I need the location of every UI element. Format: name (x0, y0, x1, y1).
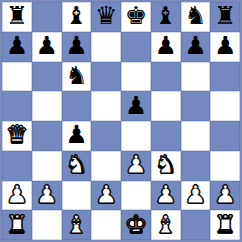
square-f4[interactable] (151, 121, 181, 151)
square-g4[interactable] (181, 121, 211, 151)
square-e3[interactable]: ♟ (121, 151, 151, 181)
square-c5[interactable] (62, 91, 92, 121)
square-b4[interactable] (32, 121, 62, 151)
piece-white-king[interactable]: ♚ (125, 210, 147, 238)
piece-black-pawn[interactable]: ♟ (125, 91, 147, 119)
square-h3[interactable] (210, 151, 240, 181)
square-f2[interactable]: ♟ (151, 181, 181, 211)
piece-white-knight[interactable]: ♞ (154, 151, 176, 179)
square-h4[interactable] (210, 121, 240, 151)
square-b7[interactable]: ♟ (32, 32, 62, 62)
square-a1[interactable]: ♜ (2, 210, 32, 240)
square-b1[interactable] (32, 210, 62, 240)
square-c3[interactable]: ♞ (62, 151, 92, 181)
piece-black-pawn[interactable]: ♟ (65, 32, 87, 60)
square-a4[interactable]: ♛ (2, 121, 32, 151)
square-f3[interactable]: ♞ (151, 151, 181, 181)
square-a2[interactable]: ♟ (2, 181, 32, 211)
square-d3[interactable] (91, 151, 121, 181)
square-d8[interactable]: ♛ (91, 2, 121, 32)
square-d5[interactable] (91, 91, 121, 121)
piece-white-knight[interactable]: ♞ (65, 151, 87, 179)
square-e7[interactable] (121, 32, 151, 62)
square-d4[interactable] (91, 121, 121, 151)
piece-black-king[interactable]: ♚ (125, 2, 147, 30)
square-h7[interactable]: ♟ (210, 32, 240, 62)
piece-white-pawn[interactable]: ♟ (214, 181, 236, 209)
square-f8[interactable]: ♝ (151, 2, 181, 32)
square-d2[interactable]: ♟ (91, 181, 121, 211)
square-b6[interactable] (32, 62, 62, 92)
square-f7[interactable]: ♟ (151, 32, 181, 62)
square-d7[interactable] (91, 32, 121, 62)
piece-black-pawn[interactable]: ♟ (184, 32, 206, 60)
piece-black-bishop[interactable]: ♝ (154, 2, 176, 30)
square-e4[interactable] (121, 121, 151, 151)
square-b5[interactable] (32, 91, 62, 121)
square-d6[interactable] (91, 62, 121, 92)
piece-white-pawn[interactable]: ♟ (125, 151, 147, 179)
piece-white-pawn[interactable]: ♟ (184, 181, 206, 209)
square-a7[interactable]: ♟ (2, 32, 32, 62)
piece-black-bishop[interactable]: ♝ (65, 2, 87, 30)
piece-black-rook[interactable]: ♜ (214, 2, 236, 30)
square-g3[interactable] (181, 151, 211, 181)
square-e5[interactable]: ♟ (121, 91, 151, 121)
piece-white-pawn[interactable]: ♟ (154, 181, 176, 209)
square-g7[interactable]: ♟ (181, 32, 211, 62)
piece-white-bishop[interactable]: ♝ (154, 210, 176, 238)
piece-white-pawn[interactable]: ♟ (95, 181, 117, 209)
square-h1[interactable]: ♜ (210, 210, 240, 240)
square-e1[interactable]: ♚ (121, 210, 151, 240)
square-a8[interactable]: ♜ (2, 2, 32, 32)
square-h8[interactable]: ♜ (210, 2, 240, 32)
square-g5[interactable] (181, 91, 211, 121)
square-h6[interactable] (210, 62, 240, 92)
square-c8[interactable]: ♝ (62, 2, 92, 32)
piece-white-queen[interactable]: ♛ (6, 121, 28, 149)
square-d1[interactable] (91, 210, 121, 240)
square-b3[interactable] (32, 151, 62, 181)
piece-black-pawn[interactable]: ♟ (65, 121, 87, 149)
square-b8[interactable] (32, 2, 62, 32)
piece-white-rook[interactable]: ♜ (214, 210, 236, 238)
square-c2[interactable] (62, 181, 92, 211)
square-f1[interactable]: ♝ (151, 210, 181, 240)
square-f5[interactable] (151, 91, 181, 121)
square-e8[interactable]: ♚ (121, 2, 151, 32)
piece-white-bishop[interactable]: ♝ (65, 210, 87, 238)
square-c6[interactable]: ♞ (62, 62, 92, 92)
chess-board: ♜♝♛♚♝♞♜♟♟♟♟♟♟♞♟♛♟♞♟♞♟♟♟♟♟♟♜♝♚♝♜ (0, 0, 242, 242)
square-a3[interactable] (2, 151, 32, 181)
square-f6[interactable] (151, 62, 181, 92)
square-a6[interactable] (2, 62, 32, 92)
square-a5[interactable] (2, 91, 32, 121)
piece-white-pawn[interactable]: ♟ (6, 181, 28, 209)
piece-black-pawn[interactable]: ♟ (214, 32, 236, 60)
square-e2[interactable] (121, 181, 151, 211)
square-g6[interactable] (181, 62, 211, 92)
square-c4[interactable]: ♟ (62, 121, 92, 151)
piece-black-knight[interactable]: ♞ (65, 62, 87, 90)
piece-black-pawn[interactable]: ♟ (35, 32, 57, 60)
piece-white-rook[interactable]: ♜ (6, 210, 28, 238)
square-b2[interactable]: ♟ (32, 181, 62, 211)
piece-white-pawn[interactable]: ♟ (35, 181, 57, 209)
piece-black-rook[interactable]: ♜ (6, 2, 28, 30)
square-h2[interactable]: ♟ (210, 181, 240, 211)
piece-black-pawn[interactable]: ♟ (6, 32, 28, 60)
square-h5[interactable] (210, 91, 240, 121)
square-g2[interactable]: ♟ (181, 181, 211, 211)
square-c7[interactable]: ♟ (62, 32, 92, 62)
square-c1[interactable]: ♝ (62, 210, 92, 240)
piece-black-queen[interactable]: ♛ (95, 2, 117, 30)
piece-black-knight[interactable]: ♞ (184, 2, 206, 30)
piece-black-pawn[interactable]: ♟ (154, 32, 176, 60)
square-g1[interactable] (181, 210, 211, 240)
square-e6[interactable] (121, 62, 151, 92)
square-g8[interactable]: ♞ (181, 2, 211, 32)
